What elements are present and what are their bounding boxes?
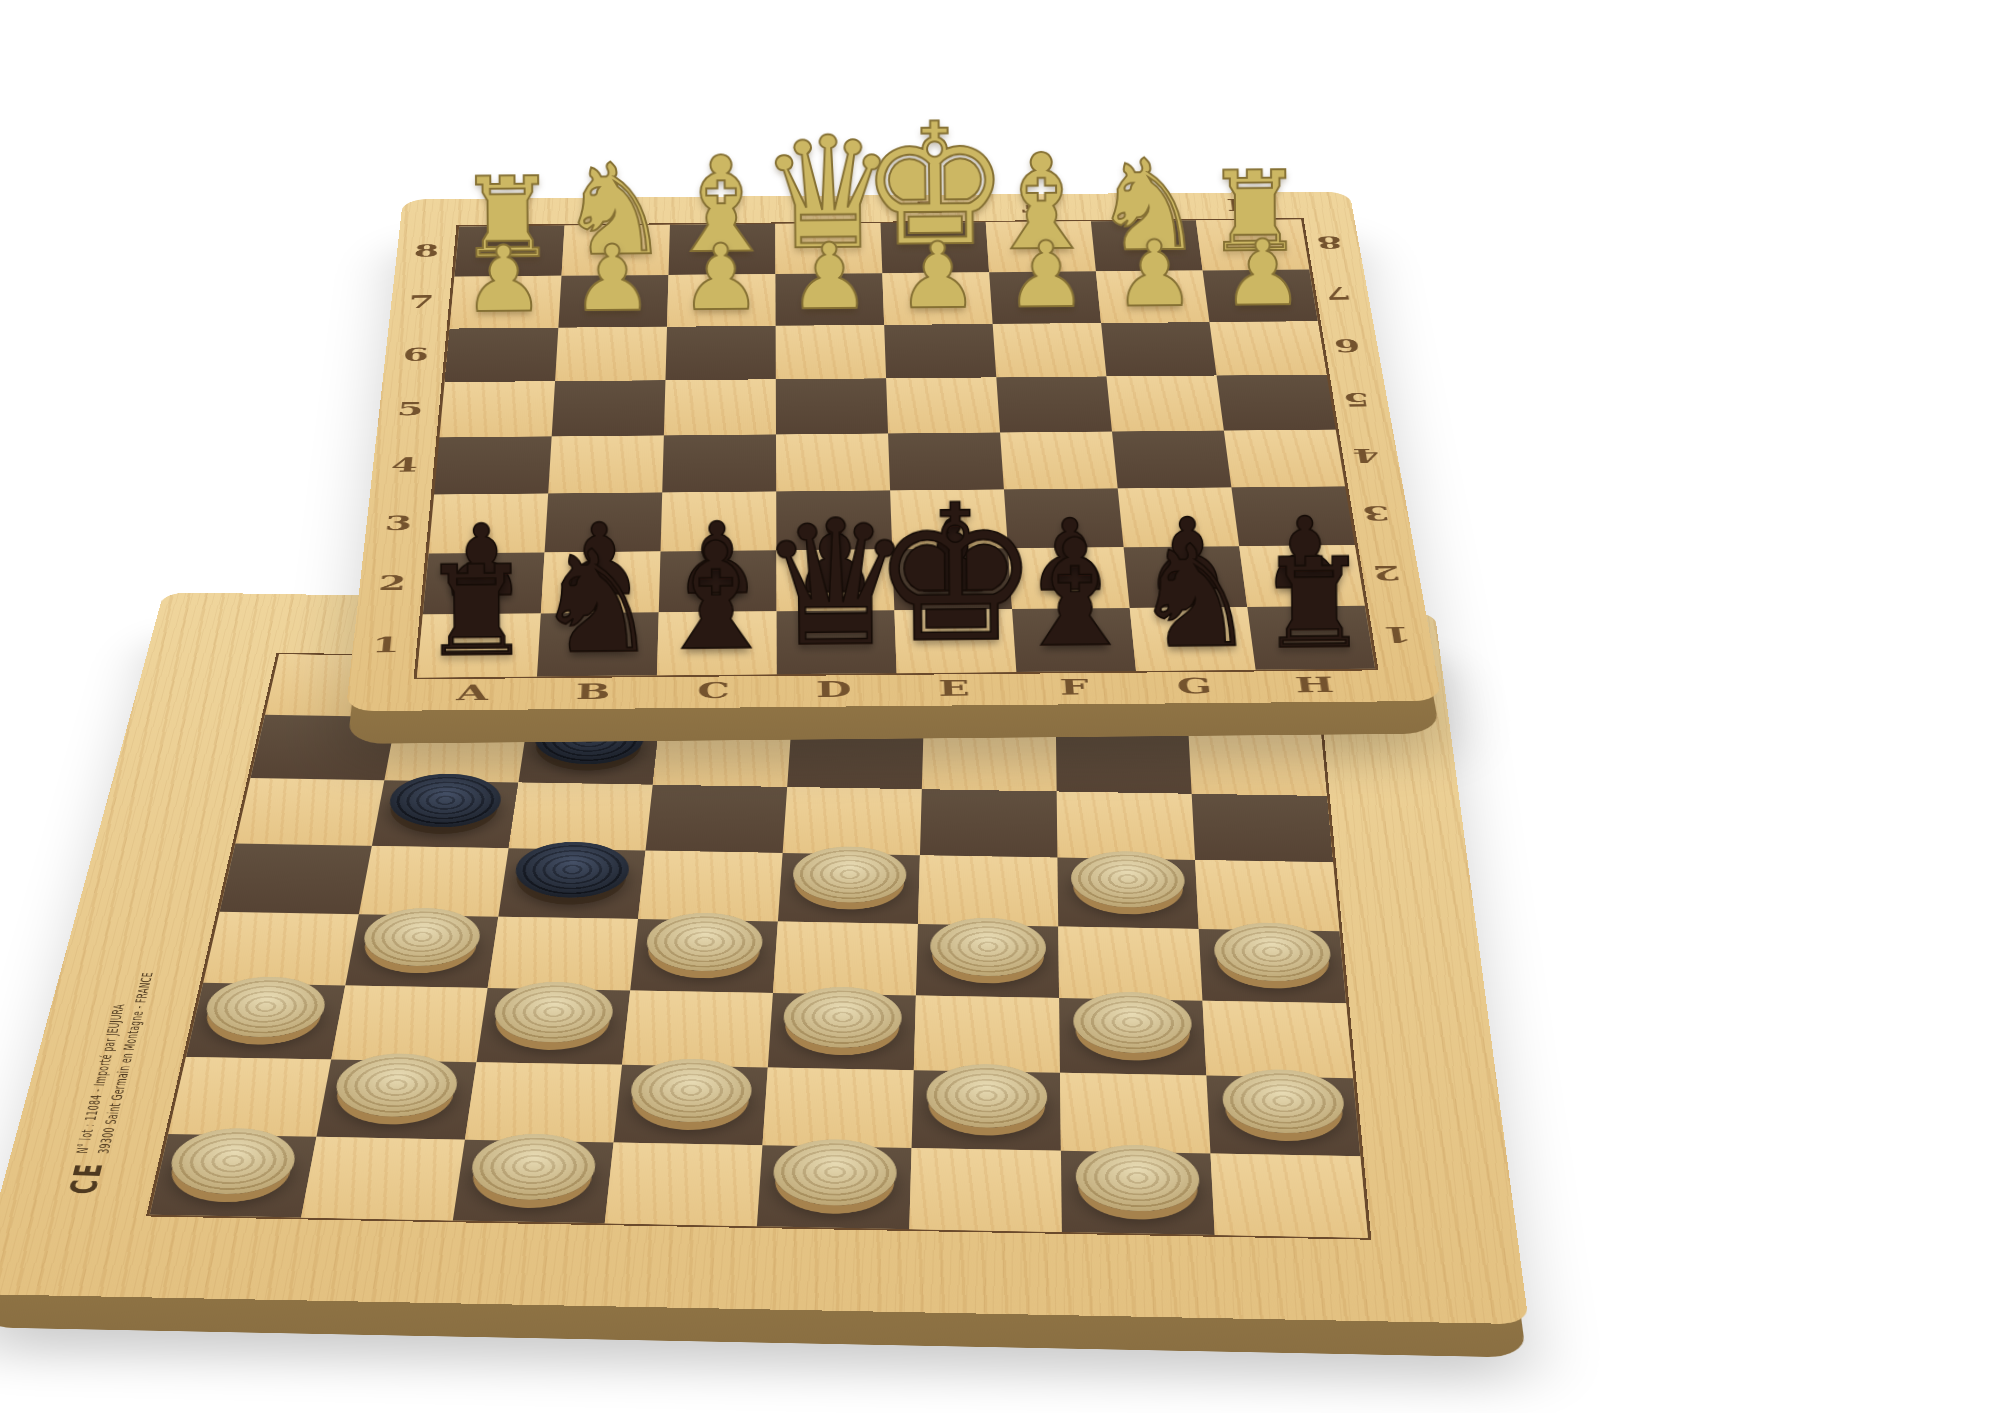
chess-square-h6[interactable] <box>1209 321 1326 375</box>
chess-rank-label: 7 <box>1312 268 1365 320</box>
chess-square-b5[interactable] <box>552 380 666 436</box>
checkers-square-r8c8[interactable] <box>1210 1153 1367 1237</box>
light-checker-r8c5[interactable] <box>772 1138 898 1206</box>
chess-square-f7[interactable]: ♟ <box>989 271 1101 324</box>
chess-square-e5[interactable] <box>886 377 1000 433</box>
chess-piece-light-pawn-e7[interactable]: ♟ <box>897 230 979 322</box>
chess-file-label: G <box>1133 672 1256 699</box>
chess-piece-dark-knight-b1[interactable]: ♞ <box>533 531 661 673</box>
chess-square-a1[interactable]: ♜ <box>417 613 541 677</box>
checkers-square-r8c6[interactable] <box>909 1148 1062 1232</box>
chess-piece-light-pawn-g7[interactable]: ♟ <box>1113 229 1195 321</box>
chess-rank-label: 6 <box>1320 319 1374 373</box>
chess-piece-light-pawn-a7[interactable]: ♟ <box>463 234 546 326</box>
chess-piece-light-pawn-d7[interactable]: ♟ <box>788 231 870 323</box>
chess-piece-dark-bishop-f1[interactable]: ♝ <box>1009 520 1142 669</box>
chess-rank-label: 3 <box>372 493 425 552</box>
chess-square-f5[interactable] <box>996 376 1112 432</box>
chess-board: ♜♞♝♛♚♝♞♜♟♟♟♟♟♟♟♟♟♟♟♟♟♟♟♟♜♞♝♛♚♝♞♜ ABCDEFG… <box>346 192 1442 712</box>
checkers-square-r8c1[interactable] <box>150 1134 317 1217</box>
chess-rank-label: 1 <box>358 613 413 677</box>
checkers-square-r6c5[interactable] <box>768 993 916 1070</box>
chess-file-label: A <box>411 679 534 706</box>
checkers-square-r6c6[interactable] <box>914 996 1060 1073</box>
chess-rank-label: 7 <box>396 275 446 327</box>
light-checker-r7c8[interactable] <box>1221 1069 1346 1135</box>
chess-board-wrap: ♜♞♝♛♚♝♞♜♟♟♟♟♟♟♟♟♟♟♟♟♟♟♟♟♜♞♝♛♚♝♞♜ ABCDEFG… <box>335 0 1435 982</box>
chess-rank-label: 1 <box>1368 604 1427 667</box>
chess-piece-dark-knight-g1[interactable]: ♞ <box>1131 525 1258 667</box>
chess-file-label: F <box>1013 673 1135 700</box>
chess-square-a4[interactable] <box>434 436 552 494</box>
chess-square-c6[interactable] <box>665 326 775 380</box>
chess-square-g1[interactable]: ♞ <box>1130 607 1256 671</box>
light-checker-r8c1[interactable] <box>165 1127 301 1195</box>
light-checker-r6c3[interactable] <box>491 981 616 1043</box>
chess-square-h1[interactable]: ♜ <box>1247 606 1375 670</box>
checkers-square-r6c7[interactable] <box>1059 998 1206 1075</box>
chess-square-a5[interactable] <box>439 381 555 437</box>
chess-rank-label: 4 <box>378 436 430 493</box>
chess-square-b1[interactable]: ♞ <box>537 612 659 676</box>
chess-square-f6[interactable] <box>993 323 1107 377</box>
checkers-square-r7c2[interactable] <box>316 1060 476 1140</box>
chess-piece-dark-rook-a1[interactable]: ♜ <box>420 549 532 674</box>
scene: CE N° lot : 11084 - Importé par JEUJURA … <box>0 0 2000 1413</box>
chess-piece-dark-rook-h1[interactable]: ♜ <box>1258 541 1370 666</box>
checkers-square-r7c1[interactable] <box>168 1057 331 1137</box>
chess-square-e7[interactable]: ♟ <box>882 272 992 325</box>
checkers-square-r7c5[interactable] <box>762 1067 913 1147</box>
chess-square-f1[interactable]: ♝ <box>1012 608 1136 672</box>
chess-piece-light-pawn-b7[interactable]: ♟ <box>571 233 654 325</box>
chess-square-c7[interactable]: ♟ <box>667 274 776 327</box>
chess-rank-label: 5 <box>1329 373 1384 428</box>
chess-square-e1[interactable]: ♚ <box>894 609 1016 673</box>
chess-piece-light-pawn-h7[interactable]: ♟ <box>1222 228 1304 320</box>
checkers-square-r8c2[interactable] <box>301 1137 465 1221</box>
chess-square-g5[interactable] <box>1106 375 1223 431</box>
chess-square-a7[interactable]: ♟ <box>450 276 562 329</box>
chess-board-surface: ♜♞♝♛♚♝♞♜♟♟♟♟♟♟♟♟♟♟♟♟♟♟♟♟♜♞♝♛♚♝♞♜ ABCDEFG… <box>346 192 1442 712</box>
light-checker-r7c6[interactable] <box>926 1063 1048 1128</box>
chess-square-c5[interactable] <box>664 379 776 435</box>
chess-square-g7[interactable]: ♟ <box>1096 270 1210 323</box>
chess-square-b4[interactable] <box>548 435 664 493</box>
light-checker-r8c7[interactable] <box>1075 1144 1200 1212</box>
light-checker-r7c4[interactable] <box>628 1058 754 1123</box>
checkers-square-r8c5[interactable] <box>757 1145 912 1229</box>
chess-square-h5[interactable] <box>1217 375 1336 431</box>
chess-square-g4[interactable] <box>1112 431 1231 489</box>
chess-piece-light-pawn-c7[interactable]: ♟ <box>680 232 762 324</box>
checkers-square-r7c3[interactable] <box>465 1062 622 1142</box>
chess-square-d6[interactable] <box>776 325 886 379</box>
chess-piece-light-pawn-f7[interactable]: ♟ <box>1005 229 1087 321</box>
chess-grid: ♜♞♝♛♚♝♞♜♟♟♟♟♟♟♟♟♟♟♟♟♟♟♟♟♜♞♝♛♚♝♞♜ <box>414 218 1379 679</box>
light-checker-r6c7[interactable] <box>1073 991 1193 1054</box>
ce-mark-icon: CE <box>61 1161 112 1194</box>
chess-file-label: D <box>774 675 895 702</box>
checkers-square-r7c4[interactable] <box>614 1065 768 1145</box>
checkers-square-r7c6[interactable] <box>912 1070 1061 1151</box>
chess-square-h4[interactable] <box>1224 430 1345 488</box>
brand-text-block: CE N° lot : 11084 - Importé par JEUJURA … <box>61 972 158 1195</box>
checkers-square-r8c7[interactable] <box>1061 1151 1215 1235</box>
checkers-square-r6c2[interactable] <box>331 985 487 1062</box>
chess-square-d7[interactable]: ♟ <box>775 273 884 326</box>
chess-square-h7[interactable]: ♟ <box>1203 270 1318 323</box>
chess-rank-label: 2 <box>365 552 419 613</box>
checkers-square-r6c4[interactable] <box>622 990 773 1067</box>
checkers-square-r8c3[interactable] <box>453 1140 614 1224</box>
light-checker-r8c3[interactable] <box>468 1133 599 1201</box>
light-checker-r7c2[interactable] <box>331 1053 462 1118</box>
checkers-square-r6c1[interactable] <box>186 983 345 1060</box>
checkers-square-r7c7[interactable] <box>1060 1073 1210 1154</box>
chess-square-b7[interactable]: ♟ <box>558 275 668 328</box>
checkers-square-r6c8[interactable] <box>1202 1001 1353 1078</box>
chess-rank-label: 8 <box>1304 218 1356 268</box>
chess-square-a6[interactable] <box>445 328 559 382</box>
light-checker-r6c1[interactable] <box>200 976 330 1038</box>
light-checker-r6c5[interactable] <box>782 986 903 1049</box>
chess-rank-label: 8 <box>402 225 451 276</box>
checkers-square-r7c8[interactable] <box>1206 1075 1360 1156</box>
checkers-square-r8c4[interactable] <box>605 1142 763 1226</box>
chess-rank-label: 4 <box>1338 428 1394 485</box>
chess-file-label: C <box>653 677 774 704</box>
chess-square-g6[interactable] <box>1101 322 1216 376</box>
chess-file-label: H <box>1253 671 1377 698</box>
chess-square-d5[interactable] <box>776 378 888 434</box>
chess-square-e6[interactable] <box>884 324 996 378</box>
checkers-square-r6c3[interactable] <box>477 988 631 1065</box>
chess-rank-label: 6 <box>390 327 441 381</box>
chess-rank-label: 5 <box>384 381 435 437</box>
chess-square-b6[interactable] <box>555 327 667 381</box>
chess-file-label: E <box>893 674 1015 701</box>
chess-file-label: B <box>532 678 654 705</box>
